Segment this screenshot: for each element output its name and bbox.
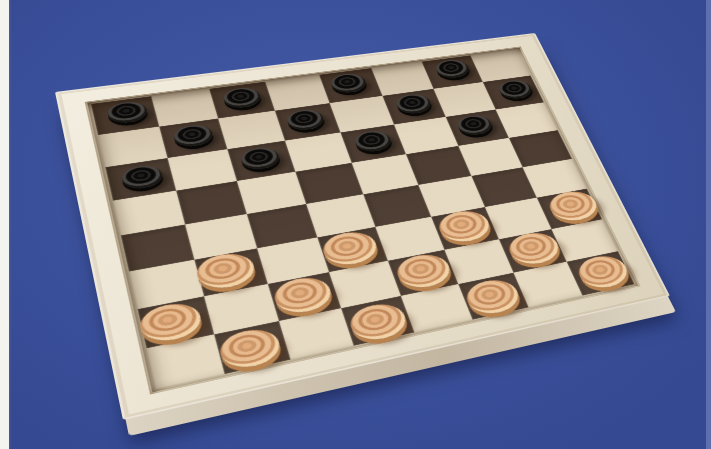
black-checker[interactable]: [220, 86, 262, 110]
wood-checker[interactable]: [392, 251, 454, 292]
black-checker[interactable]: [495, 79, 534, 101]
wood-checker[interactable]: [137, 299, 205, 345]
black-checker[interactable]: [432, 58, 471, 79]
black-checker[interactable]: [328, 72, 369, 94]
photo-background: [0, 0, 711, 449]
black-checker[interactable]: [393, 92, 434, 115]
black-checker[interactable]: [284, 108, 326, 132]
black-checker[interactable]: [105, 100, 149, 125]
black-checker[interactable]: [171, 123, 215, 148]
wood-checker[interactable]: [193, 250, 258, 293]
checkers-board: [55, 33, 670, 420]
black-checker[interactable]: [119, 163, 164, 190]
wood-checker[interactable]: [270, 274, 335, 317]
right-light-strip: [706, 0, 711, 449]
black-checker[interactable]: [454, 113, 494, 136]
black-checker[interactable]: [351, 129, 393, 153]
wood-checker[interactable]: [319, 228, 382, 268]
wood-checker[interactable]: [434, 208, 494, 246]
black-checker[interactable]: [238, 146, 282, 172]
wood-checker[interactable]: [504, 229, 564, 267]
